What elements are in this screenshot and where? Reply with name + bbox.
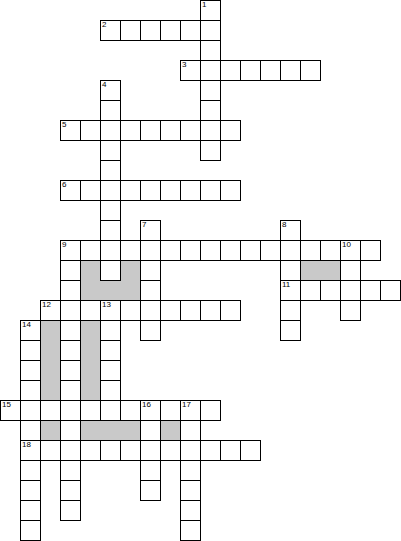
- grid-cell[interactable]: [160, 120, 181, 141]
- grid-cell[interactable]: [220, 440, 241, 461]
- grid-cell[interactable]: [340, 260, 361, 281]
- grid-cell[interactable]: [200, 440, 221, 461]
- grid-cell[interactable]: [100, 360, 121, 381]
- grid-cell-shaded[interactable]: [40, 380, 61, 401]
- grid-cell[interactable]: [20, 460, 41, 481]
- grid-cell[interactable]: [280, 300, 301, 321]
- grid-cell[interactable]: [180, 440, 201, 461]
- grid-cell-shaded[interactable]: [80, 420, 101, 441]
- grid-cell[interactable]: [160, 400, 181, 421]
- grid-cell[interactable]: [100, 160, 121, 181]
- grid-cell[interactable]: [280, 60, 301, 81]
- grid-cell[interactable]: [200, 240, 221, 261]
- grid-cell-shaded[interactable]: [120, 260, 141, 281]
- grid-cell[interactable]: [280, 260, 301, 281]
- clue-number: 13: [102, 301, 111, 309]
- grid-cell[interactable]: [200, 40, 221, 61]
- grid-cell[interactable]: [240, 60, 261, 81]
- grid-cell[interactable]: [100, 240, 121, 261]
- grid-cell[interactable]: [80, 240, 101, 261]
- grid-cell[interactable]: [140, 300, 161, 321]
- grid-cell[interactable]: [140, 420, 161, 441]
- grid-cell-shaded[interactable]: [80, 280, 101, 301]
- grid-cell[interactable]: [140, 240, 161, 261]
- grid-cell[interactable]: [180, 460, 201, 481]
- grid-cell[interactable]: [60, 460, 81, 481]
- clue-number: 10: [342, 241, 351, 249]
- grid-cell[interactable]: [120, 240, 141, 261]
- grid-cell[interactable]: [200, 300, 221, 321]
- crossword-board: 123456789101112131415161718: [0, 0, 401, 541]
- clue-number: 7: [142, 221, 146, 229]
- grid-cell[interactable]: [60, 480, 81, 501]
- grid-cell[interactable]: [100, 440, 121, 461]
- grid-cell[interactable]: [120, 300, 141, 321]
- clue-number: 8: [282, 221, 286, 229]
- grid-cell[interactable]: [220, 60, 241, 81]
- grid-cell[interactable]: [140, 280, 161, 301]
- grid-cell[interactable]: [360, 280, 381, 301]
- grid-cell[interactable]: [20, 480, 41, 501]
- grid-cell-shaded[interactable]: [40, 360, 61, 381]
- grid-cell-shaded[interactable]: [120, 420, 141, 441]
- grid-cell-shaded[interactable]: [100, 280, 121, 301]
- grid-cell[interactable]: [200, 400, 221, 421]
- grid-cell[interactable]: [20, 380, 41, 401]
- grid-cell[interactable]: [60, 340, 81, 361]
- grid-cell[interactable]: [40, 400, 61, 421]
- grid-cell[interactable]: [300, 240, 321, 261]
- grid-cell[interactable]: [100, 260, 121, 281]
- grid-cell-shaded[interactable]: [320, 260, 341, 281]
- clue-number: 15: [2, 401, 11, 409]
- grid-cell[interactable]: [140, 320, 161, 341]
- grid-cell[interactable]: [60, 360, 81, 381]
- grid-cell[interactable]: [200, 140, 221, 161]
- grid-cell[interactable]: [80, 180, 101, 201]
- grid-cell[interactable]: [100, 200, 121, 221]
- clue-number: 5: [62, 121, 66, 129]
- grid-cell[interactable]: [180, 500, 201, 521]
- grid-cell[interactable]: [340, 300, 361, 321]
- grid-cell[interactable]: [220, 120, 241, 141]
- grid-cell[interactable]: [80, 440, 101, 461]
- grid-cell[interactable]: [220, 180, 241, 201]
- grid-cell[interactable]: [100, 180, 121, 201]
- grid-cell-shaded[interactable]: [80, 320, 101, 341]
- grid-cell[interactable]: [60, 260, 81, 281]
- clue-number: 9: [62, 241, 66, 249]
- grid-cell-shaded[interactable]: [120, 280, 141, 301]
- grid-cell[interactable]: [360, 240, 381, 261]
- grid-cell[interactable]: [20, 340, 41, 361]
- grid-cell[interactable]: [20, 400, 41, 421]
- grid-cell[interactable]: [200, 80, 221, 101]
- grid-cell[interactable]: [60, 500, 81, 521]
- clue-number: 3: [182, 61, 186, 69]
- grid-cell[interactable]: [60, 400, 81, 421]
- grid-cell[interactable]: [20, 360, 41, 381]
- grid-cell[interactable]: [140, 440, 161, 461]
- grid-cell[interactable]: [120, 120, 141, 141]
- grid-cell[interactable]: [180, 180, 201, 201]
- grid-cell[interactable]: [60, 300, 81, 321]
- grid-cell[interactable]: [220, 300, 241, 321]
- grid-cell[interactable]: [180, 520, 201, 541]
- grid-cell[interactable]: [200, 180, 221, 201]
- grid-cell[interactable]: [340, 280, 361, 301]
- grid-cell[interactable]: [240, 240, 261, 261]
- grid-cell[interactable]: [60, 280, 81, 301]
- grid-cell-shaded[interactable]: [80, 340, 101, 361]
- grid-cell[interactable]: [140, 260, 161, 281]
- grid-cell[interactable]: [240, 440, 261, 461]
- grid-cell[interactable]: [120, 180, 141, 201]
- clue-number: 11: [282, 281, 290, 289]
- grid-cell-shaded[interactable]: [40, 420, 61, 441]
- grid-cell[interactable]: [260, 60, 281, 81]
- grid-cell[interactable]: [40, 440, 61, 461]
- grid-cell[interactable]: [100, 140, 121, 161]
- clue-number: 2: [102, 21, 106, 29]
- clue-number: 17: [182, 401, 191, 409]
- grid-cell[interactable]: [60, 320, 81, 341]
- grid-cell[interactable]: [60, 380, 81, 401]
- grid-cell[interactable]: [300, 60, 321, 81]
- grid-cell[interactable]: [100, 320, 121, 341]
- grid-cell-shaded[interactable]: [40, 320, 61, 341]
- grid-cell[interactable]: [60, 440, 81, 461]
- grid-cell[interactable]: [140, 120, 161, 141]
- grid-cell[interactable]: [120, 400, 141, 421]
- grid-cell[interactable]: [200, 60, 221, 81]
- grid-cell[interactable]: [20, 500, 41, 521]
- grid-cell[interactable]: [320, 240, 341, 261]
- grid-cell[interactable]: [80, 400, 101, 421]
- grid-cell[interactable]: [300, 280, 321, 301]
- grid-cell-shaded[interactable]: [100, 420, 121, 441]
- grid-cell[interactable]: [280, 320, 301, 341]
- grid-cell[interactable]: [180, 480, 201, 501]
- grid-cell-shaded[interactable]: [80, 360, 101, 381]
- grid-cell[interactable]: [180, 20, 201, 41]
- grid-cell[interactable]: [60, 420, 81, 441]
- grid-cell[interactable]: [20, 420, 41, 441]
- clue-number: 16: [142, 401, 151, 409]
- grid-cell[interactable]: [380, 280, 401, 301]
- grid-cell[interactable]: [160, 20, 181, 41]
- grid-cell[interactable]: [160, 180, 181, 201]
- grid-cell[interactable]: [100, 120, 121, 141]
- grid-cell[interactable]: [180, 240, 201, 261]
- grid-cell[interactable]: [80, 300, 101, 321]
- grid-cell[interactable]: [100, 100, 121, 121]
- grid-cell[interactable]: [220, 240, 241, 261]
- grid-cell[interactable]: [260, 240, 281, 261]
- grid-cell[interactable]: [140, 180, 161, 201]
- grid-cell-shaded[interactable]: [80, 260, 101, 281]
- grid-cell[interactable]: [160, 240, 181, 261]
- grid-cell[interactable]: [180, 420, 201, 441]
- grid-cell[interactable]: [320, 280, 341, 301]
- grid-cell-shaded[interactable]: [40, 340, 61, 361]
- grid-cell[interactable]: [160, 300, 181, 321]
- grid-cell[interactable]: [140, 20, 161, 41]
- clue-number: 18: [22, 441, 31, 449]
- grid-cell[interactable]: [140, 480, 161, 501]
- grid-cell[interactable]: [160, 440, 181, 461]
- grid-cell[interactable]: [120, 20, 141, 41]
- grid-cell[interactable]: [20, 520, 41, 541]
- grid-cell[interactable]: [100, 380, 121, 401]
- grid-cell[interactable]: [180, 300, 201, 321]
- grid-cell[interactable]: [200, 120, 221, 141]
- clue-number: 6: [62, 181, 66, 189]
- grid-cell[interactable]: [100, 400, 121, 421]
- grid-cell[interactable]: [180, 120, 201, 141]
- grid-cell[interactable]: [120, 440, 141, 461]
- grid-cell[interactable]: [140, 460, 161, 481]
- grid-cell-shaded[interactable]: [160, 420, 181, 441]
- clue-number: 14: [22, 321, 31, 329]
- clue-number: 1: [202, 1, 206, 9]
- clue-number: 12: [42, 301, 51, 309]
- grid-cell[interactable]: [200, 20, 221, 41]
- grid-cell-shaded[interactable]: [300, 260, 321, 281]
- grid-cell[interactable]: [100, 340, 121, 361]
- grid-cell-shaded[interactable]: [80, 380, 101, 401]
- grid-cell[interactable]: [200, 100, 221, 121]
- grid-cell[interactable]: [80, 120, 101, 141]
- grid-cell[interactable]: [100, 220, 121, 241]
- clue-number: 4: [102, 81, 106, 89]
- grid-cell[interactable]: [280, 240, 301, 261]
